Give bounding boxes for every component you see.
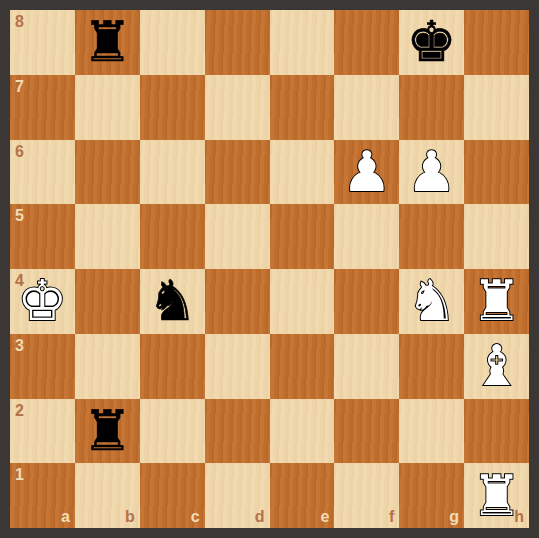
square-d4[interactable]: [205, 269, 270, 334]
square-e7[interactable]: [270, 75, 335, 140]
square-d8[interactable]: [205, 10, 270, 75]
square-d3[interactable]: [205, 334, 270, 399]
square-c6[interactable]: [140, 140, 205, 205]
square-b8[interactable]: ♜: [75, 10, 140, 75]
square-e8[interactable]: [270, 10, 335, 75]
square-d7[interactable]: [205, 75, 270, 140]
square-b2[interactable]: ♜: [75, 399, 140, 464]
rank-label-7: 7: [15, 79, 24, 95]
file-label-d: d: [255, 509, 265, 525]
rank-label-3: 3: [15, 338, 24, 354]
rank-label-8: 8: [15, 14, 24, 30]
rank-label-1: 1: [15, 467, 24, 483]
square-a4[interactable]: 4♚: [10, 269, 75, 334]
square-c7[interactable]: [140, 75, 205, 140]
square-g1[interactable]: g: [399, 463, 464, 528]
rank-label-2: 2: [15, 403, 24, 419]
square-h6[interactable]: [464, 140, 529, 205]
square-g5[interactable]: [399, 204, 464, 269]
square-c5[interactable]: [140, 204, 205, 269]
white-pawn[interactable]: ♟: [342, 144, 392, 200]
square-e1[interactable]: e: [270, 463, 335, 528]
square-b5[interactable]: [75, 204, 140, 269]
square-d1[interactable]: d: [205, 463, 270, 528]
square-f3[interactable]: [334, 334, 399, 399]
black-king[interactable]: ♚: [407, 14, 457, 70]
square-b4[interactable]: [75, 269, 140, 334]
square-e2[interactable]: [270, 399, 335, 464]
square-a6[interactable]: 6: [10, 140, 75, 205]
square-d6[interactable]: [205, 140, 270, 205]
white-bishop[interactable]: ♝: [471, 338, 521, 394]
square-c1[interactable]: c: [140, 463, 205, 528]
square-h8[interactable]: [464, 10, 529, 75]
square-g4[interactable]: ♞: [399, 269, 464, 334]
square-h3[interactable]: ♝: [464, 334, 529, 399]
square-c4[interactable]: ♞: [140, 269, 205, 334]
white-pawn[interactable]: ♟: [407, 144, 457, 200]
square-a3[interactable]: 3: [10, 334, 75, 399]
rank-label-5: 5: [15, 208, 24, 224]
square-f7[interactable]: [334, 75, 399, 140]
square-h7[interactable]: [464, 75, 529, 140]
square-b7[interactable]: [75, 75, 140, 140]
square-a8[interactable]: 8: [10, 10, 75, 75]
square-b1[interactable]: b: [75, 463, 140, 528]
square-c2[interactable]: [140, 399, 205, 464]
file-label-g: g: [449, 509, 459, 525]
square-f6[interactable]: ♟: [334, 140, 399, 205]
square-h5[interactable]: [464, 204, 529, 269]
square-a1[interactable]: 1a: [10, 463, 75, 528]
square-e6[interactable]: [270, 140, 335, 205]
file-label-a: a: [61, 509, 70, 525]
square-f8[interactable]: [334, 10, 399, 75]
square-h4[interactable]: ♜: [464, 269, 529, 334]
square-f2[interactable]: [334, 399, 399, 464]
square-a2[interactable]: 2: [10, 399, 75, 464]
square-h2[interactable]: [464, 399, 529, 464]
square-g3[interactable]: [399, 334, 464, 399]
rank-label-6: 6: [15, 144, 24, 160]
white-rook[interactable]: ♜: [471, 273, 521, 329]
square-b6[interactable]: [75, 140, 140, 205]
file-label-b: b: [125, 509, 135, 525]
black-knight[interactable]: ♞: [147, 273, 197, 329]
square-d5[interactable]: [205, 204, 270, 269]
square-g8[interactable]: ♚: [399, 10, 464, 75]
file-label-e: e: [320, 509, 329, 525]
square-h1[interactable]: h♜: [464, 463, 529, 528]
file-label-c: c: [191, 509, 200, 525]
white-rook[interactable]: ♜: [471, 468, 521, 524]
square-f5[interactable]: [334, 204, 399, 269]
square-g7[interactable]: [399, 75, 464, 140]
square-d2[interactable]: [205, 399, 270, 464]
square-e4[interactable]: [270, 269, 335, 334]
square-a7[interactable]: 7: [10, 75, 75, 140]
black-rook[interactable]: ♜: [82, 14, 132, 70]
white-king[interactable]: ♚: [17, 273, 67, 329]
square-a5[interactable]: 5: [10, 204, 75, 269]
square-g2[interactable]: [399, 399, 464, 464]
square-e3[interactable]: [270, 334, 335, 399]
white-knight[interactable]: ♞: [407, 273, 457, 329]
board-frame: 8♜♚76♟♟54♚♞♞♜3♝2♜1abcdefgh♜: [0, 0, 539, 538]
square-e5[interactable]: [270, 204, 335, 269]
black-rook[interactable]: ♜: [82, 403, 132, 459]
square-c3[interactable]: [140, 334, 205, 399]
file-label-f: f: [389, 509, 394, 525]
square-f4[interactable]: [334, 269, 399, 334]
square-c8[interactable]: [140, 10, 205, 75]
chess-board: 8♜♚76♟♟54♚♞♞♜3♝2♜1abcdefgh♜: [10, 10, 529, 528]
square-g6[interactable]: ♟: [399, 140, 464, 205]
square-f1[interactable]: f: [334, 463, 399, 528]
square-b3[interactable]: [75, 334, 140, 399]
